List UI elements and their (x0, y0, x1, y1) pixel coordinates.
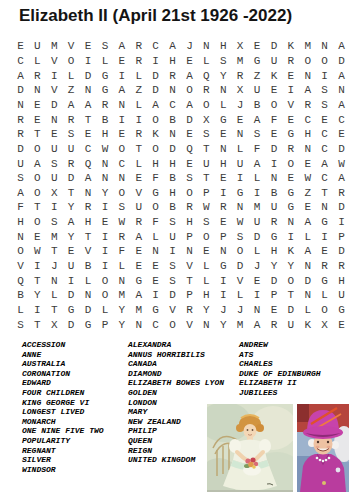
grid-cell-r20c20: E (333, 317, 350, 332)
grid-cell-r5c17: V (282, 98, 299, 113)
grid-cell-r13c18: A (299, 215, 316, 230)
grid-cell-r12c1: F (12, 200, 29, 215)
grid-cell-r18c13: I (215, 288, 232, 303)
grid-cell-r16c8: E (130, 259, 147, 274)
grid-cell-r3c20: A (333, 68, 350, 83)
grid-cell-r14c7: R (113, 229, 130, 244)
grid-cell-r14c5: T (80, 229, 97, 244)
grid-cell-r2c9: I (147, 54, 164, 69)
grid-cell-r19c17: D (282, 303, 299, 318)
grid-cell-r1c8: R (130, 39, 147, 54)
word-list-item: DIAMOND (128, 369, 224, 379)
grid-cell-r11c8: V (130, 185, 147, 200)
grid-cell-r8c16: D (265, 142, 282, 157)
grid-cell-r12c16: U (265, 200, 282, 215)
grid-cell-r13c20: I (333, 215, 350, 230)
grid-cell-r8c19: C (316, 142, 333, 157)
grid-cell-r17c1: Q (12, 273, 29, 288)
grid-cell-r3c14: R (232, 68, 249, 83)
grid-cell-r7c6: H (96, 127, 113, 142)
grid-cell-r1c7: A (113, 39, 130, 54)
grid-cell-r5c9: A (147, 98, 164, 113)
grid-cell-r5c14: J (232, 98, 249, 113)
grid-cell-r11c4: T (63, 185, 80, 200)
grid-cell-r6c12: X (198, 112, 215, 127)
grid-cell-r6c3: N (46, 112, 63, 127)
grid-cell-r8c5: C (80, 142, 97, 157)
grid-cell-r13c14: W (232, 215, 249, 230)
grid-cell-r5c20: A (333, 98, 350, 113)
grid-cell-r20c12: N (198, 317, 215, 332)
grid-cell-r8c13: N (215, 142, 232, 157)
grid-cell-r18c16: P (265, 288, 282, 303)
grid-cell-r1c11: J (181, 39, 198, 54)
grid-cell-r9c20: W (333, 156, 350, 171)
grid-cell-r10c12: T (198, 171, 215, 186)
grid-cell-r14c3: M (46, 229, 63, 244)
grid-cell-r19c3: T (46, 303, 63, 318)
grid-cell-r4c13: N (215, 83, 232, 98)
grid-cell-r15c17: K (282, 244, 299, 259)
grid-cell-r14c10: U (164, 229, 181, 244)
grid-cell-r15c19: E (316, 244, 333, 259)
grid-cell-r8c6: W (96, 142, 113, 157)
grid-cell-r15c9: N (147, 244, 164, 259)
grid-cell-r1c10: A (164, 39, 181, 54)
word-list-item: ELIZABETH BOWES LYON (128, 378, 224, 388)
grid-cell-r11c20: R (333, 185, 350, 200)
grid-cell-r10c8: E (130, 171, 147, 186)
grid-cell-r12c5: R (80, 200, 97, 215)
grid-cell-r8c20: D (333, 142, 350, 157)
grid-cell-r20c7: Y (113, 317, 130, 332)
grid-cell-r14c9: L (147, 229, 164, 244)
grid-cell-r15c13: N (215, 244, 232, 259)
grid-cell-r15c7: F (113, 244, 130, 259)
grid-cell-r16c13: G (215, 259, 232, 274)
coat-button (322, 481, 326, 485)
grid-cell-r11c12: P (198, 185, 215, 200)
grid-cell-r15c1: O (12, 244, 29, 259)
grid-cell-r16c20: R (333, 259, 350, 274)
grid-cell-r9c12: U (198, 156, 215, 171)
grid-cell-r11c2: O (29, 185, 46, 200)
grid-cell-r16c9: E (147, 259, 164, 274)
grid-cell-r16c14: D (232, 259, 249, 274)
word-list-item: JUBILEES (239, 388, 321, 398)
grid-cell-r17c2: T (29, 273, 46, 288)
grid-cell-r13c1: H (12, 215, 29, 230)
grid-cell-r18c4: D (63, 288, 80, 303)
grid-cell-r15c2: W (29, 244, 46, 259)
grid-cell-r10c14: I (232, 171, 249, 186)
grid-cell-r20c11: V (181, 317, 198, 332)
grid-cell-r13c12: S (198, 215, 215, 230)
grid-cell-r4c12: R (198, 83, 215, 98)
grid-cell-r7c14: N (232, 127, 249, 142)
grid-cell-r9c10: H (164, 156, 181, 171)
grid-cell-r17c14: V (232, 273, 249, 288)
grid-cell-r19c20: G (333, 303, 350, 318)
grid-cell-r9c17: O (282, 156, 299, 171)
grid-cell-r2c15: G (249, 54, 266, 69)
grid-cell-r12c19: N (316, 200, 333, 215)
grid-cell-r17c5: L (80, 273, 97, 288)
grid-cell-r11c3: X (46, 185, 63, 200)
grid-cell-r11c17: G (282, 185, 299, 200)
grid-cell-r12c7: S (113, 200, 130, 215)
grid-cell-r3c19: I (316, 68, 333, 83)
grid-cell-r13c2: O (29, 215, 46, 230)
word-list-item: ALEXANDRA (128, 340, 224, 350)
grid-cell-r8c1: D (12, 142, 29, 157)
grid-cell-r6c4: R (63, 112, 80, 127)
grid-cell-r14c12: O (198, 229, 215, 244)
grid-cell-r11c5: N (80, 185, 97, 200)
grid-cell-r17c3: N (46, 273, 63, 288)
grid-cell-r1c13: H (215, 39, 232, 54)
grid-cell-r13c19: G (316, 215, 333, 230)
grid-cell-r14c20: P (333, 229, 350, 244)
grid-cell-r6c15: A (249, 112, 266, 127)
grid-cell-r6c10: B (164, 112, 181, 127)
grid-cell-r11c10: H (164, 185, 181, 200)
grid-cell-r19c4: G (63, 303, 80, 318)
grid-cell-r18c11: P (181, 288, 198, 303)
grid-cell-r15c20: D (333, 244, 350, 259)
grid-cell-r14c4: Y (63, 229, 80, 244)
grid-cell-r12c14: N (232, 200, 249, 215)
grid-cell-r13c11: H (181, 215, 198, 230)
grid-cell-r2c12: L (198, 54, 215, 69)
grid-cell-r7c11: E (181, 127, 198, 142)
grid-cell-r3c4: L (63, 68, 80, 83)
grid-cell-r4c1: D (12, 83, 29, 98)
grid-cell-r11c9: G (147, 185, 164, 200)
grid-cell-r9c1: U (12, 156, 29, 171)
grid-cell-r16c18: N (299, 259, 316, 274)
grid-cell-r14c11: P (181, 229, 198, 244)
grid-cell-r7c16: E (265, 127, 282, 142)
grid-cell-r4c9: D (147, 83, 164, 98)
word-list-item: KING GEORGE VI (22, 398, 104, 408)
grid-cell-r20c6: P (96, 317, 113, 332)
grid-cell-r9c14: U (232, 156, 249, 171)
grid-cell-r19c18: L (299, 303, 316, 318)
grid-cell-r10c19: C (316, 171, 333, 186)
grid-cell-r5c2: E (29, 98, 46, 113)
grid-cell-r12c2: T (29, 200, 46, 215)
grid-cell-r17c8: G (130, 273, 147, 288)
grid-cell-r9c8: L (130, 156, 147, 171)
grid-cell-r11c16: B (265, 185, 282, 200)
word-list-item: DUKE OF EDINBURGH (239, 369, 321, 379)
word-list-column-1: ACCESSIONANNEAUSTRALIACORONATIONEDWARDFO… (22, 340, 104, 474)
grid-cell-r6c11: D (181, 112, 198, 127)
grid-cell-r16c3: J (46, 259, 63, 274)
grid-cell-r6c2: E (29, 112, 46, 127)
grid-cell-r13c6: E (96, 215, 113, 230)
grid-cell-r12c8: U (130, 200, 147, 215)
grid-cell-r6c16: F (265, 112, 282, 127)
grid-cell-r11c1: A (12, 185, 29, 200)
grid-cell-r15c16: H (265, 244, 282, 259)
grid-cell-r1c4: V (63, 39, 80, 54)
word-list-item: LONGEST LIVED (22, 407, 104, 417)
grid-cell-r5c12: O (198, 98, 215, 113)
word-list-item: FOUR CHILDREN (22, 388, 104, 398)
grid-cell-r15c18: A (299, 244, 316, 259)
grid-cell-r12c3: I (46, 200, 63, 215)
grid-cell-r16c15: J (249, 259, 266, 274)
grid-cell-r15c15: L (249, 244, 266, 259)
grid-cell-r10c6: N (96, 171, 113, 186)
grid-cell-r8c14: L (232, 142, 249, 157)
grid-cell-r5c18: R (299, 98, 316, 113)
grid-cell-r6c18: C (299, 112, 316, 127)
grid-cell-r12c18: E (299, 200, 316, 215)
grid-cell-r20c5: G (80, 317, 97, 332)
grid-cell-r19c12: Y (198, 303, 215, 318)
grid-cell-r19c15: N (249, 303, 266, 318)
word-list-item: GOLDEN (128, 388, 224, 398)
grid-cell-r10c5: A (80, 171, 97, 186)
grid-cell-r3c3: I (46, 68, 63, 83)
grid-cell-r14c13: P (215, 229, 232, 244)
word-list-item: ATS (239, 350, 321, 360)
grid-cell-r20c3: X (46, 317, 63, 332)
word-list-item: POPULARITY (22, 436, 104, 446)
word-list-item: ANNUS HORRIBILIS (128, 350, 224, 360)
grid-cell-r18c20: U (333, 288, 350, 303)
grid-cell-r2c18: O (299, 54, 316, 69)
grid-cell-r16c17: Y (282, 259, 299, 274)
grid-cell-r4c7: A (113, 83, 130, 98)
grid-cell-r8c9: O (147, 142, 164, 157)
grid-cell-r8c17: R (282, 142, 299, 157)
grid-cell-r8c8: T (130, 142, 147, 157)
grid-cell-r2c4: O (63, 54, 80, 69)
grid-cell-r12c11: R (181, 200, 198, 215)
grid-cell-r4c19: S (316, 83, 333, 98)
grid-cell-r19c14: J (232, 303, 249, 318)
grid-cell-r20c19: X (316, 317, 333, 332)
grid-cell-r2c17: R (282, 54, 299, 69)
grid-cell-r3c18: N (299, 68, 316, 83)
grid-cell-r6c14: E (232, 112, 249, 127)
grid-cell-r8c10: D (164, 142, 181, 157)
grid-cell-r17c15: E (249, 273, 266, 288)
grid-cell-r19c6: L (96, 303, 113, 318)
grid-cell-r18c14: L (232, 288, 249, 303)
grid-cell-r18c7: M (113, 288, 130, 303)
grid-cell-r2c3: V (46, 54, 63, 69)
grid-cell-r14c17: I (282, 229, 299, 244)
grid-cell-r16c7: L (113, 259, 130, 274)
grid-cell-r18c10: D (164, 288, 181, 303)
grid-cell-r9c2: A (29, 156, 46, 171)
grid-cell-r12c9: O (147, 200, 164, 215)
grid-cell-r4c16: E (265, 83, 282, 98)
grid-cell-r2c1: C (12, 54, 29, 69)
grid-cell-r6c19: E (316, 112, 333, 127)
grid-cell-r2c2: L (29, 54, 46, 69)
grid-cell-r20c10: O (164, 317, 181, 332)
grid-cell-r5c10: C (164, 98, 181, 113)
grid-cell-r13c4: A (63, 215, 80, 230)
grid-cell-r8c7: O (113, 142, 130, 157)
grid-cell-r5c1: N (12, 98, 29, 113)
grid-cell-r19c19: O (316, 303, 333, 318)
grid-cell-r4c3: V (46, 83, 63, 98)
grid-cell-r4c17: I (282, 83, 299, 98)
word-list-item: AUSTRALIA (22, 359, 104, 369)
grid-cell-r16c6: I (96, 259, 113, 274)
grid-cell-r2c5: I (80, 54, 97, 69)
grid-cell-r17c4: I (63, 273, 80, 288)
grid-cell-r4c20: N (333, 83, 350, 98)
grid-cell-r7c15: S (249, 127, 266, 142)
grid-cell-r4c2: N (29, 83, 46, 98)
grid-cell-r13c10: S (164, 215, 181, 230)
grid-cell-r16c11: V (181, 259, 198, 274)
grid-cell-r8c15: F (249, 142, 266, 157)
word-list-item: SILVER (22, 455, 104, 465)
grid-cell-r12c10: B (164, 200, 181, 215)
grid-cell-r5c13: L (215, 98, 232, 113)
grid-cell-r2c13: S (215, 54, 232, 69)
grid-cell-r7c17: G (282, 127, 299, 142)
grid-cell-r9c15: A (249, 156, 266, 171)
grid-cell-r13c9: F (147, 215, 164, 230)
grid-cell-r3c2: R (29, 68, 46, 83)
grid-cell-r2c20: D (333, 54, 350, 69)
grid-cell-r8c3: U (46, 142, 63, 157)
grid-cell-r15c4: E (63, 244, 80, 259)
grid-cell-r16c10: S (164, 259, 181, 274)
grid-cell-r11c18: Z (299, 185, 316, 200)
grid-cell-r15c10: I (164, 244, 181, 259)
grid-cell-r16c5: B (80, 259, 97, 274)
grid-cell-r9c7: C (113, 156, 130, 171)
grid-cell-r20c15: A (249, 317, 266, 332)
grid-cell-r19c9: G (147, 303, 164, 318)
grid-cell-r12c4: Y (63, 200, 80, 215)
grid-cell-r2c14: M (232, 54, 249, 69)
grid-cell-r8c2: O (29, 142, 46, 157)
grid-cell-r13c16: R (265, 215, 282, 230)
grid-cell-r11c6: Y (96, 185, 113, 200)
grid-cell-r15c6: I (96, 244, 113, 259)
grid-cell-r20c1: S (12, 317, 29, 332)
grid-cell-r1c5: E (80, 39, 97, 54)
grid-cell-r2c16: U (265, 54, 282, 69)
grid-cell-r17c10: S (164, 273, 181, 288)
grid-cell-r3c7: I (113, 68, 130, 83)
grid-cell-r17c13: I (215, 273, 232, 288)
grid-cell-r14c6: I (96, 229, 113, 244)
grid-cell-r15c14: O (232, 244, 249, 259)
grid-cell-r11c15: I (249, 185, 266, 200)
grid-cell-r3c11: A (181, 68, 198, 83)
grid-cell-r14c18: L (299, 229, 316, 244)
grid-cell-r17c16: D (265, 273, 282, 288)
word-list-item: ELIZABETH II (239, 378, 321, 388)
word-list-item: ACCESSION (22, 340, 104, 350)
word-list-item: WINDSOR (22, 465, 104, 475)
grid-cell-r14c19: I (316, 229, 333, 244)
word-list-item: ANNE (22, 350, 104, 360)
grid-cell-r3c16: K (265, 68, 282, 83)
grid-cell-r2c10: H (164, 54, 181, 69)
grid-cell-r6c6: B (96, 112, 113, 127)
grid-cell-r16c19: R (316, 259, 333, 274)
grid-cell-r15c5: V (80, 244, 97, 259)
grid-cell-r13c15: U (249, 215, 266, 230)
grid-cell-r1c9: C (147, 39, 164, 54)
grid-cell-r5c8: L (130, 98, 147, 113)
grid-cell-r9c3: S (46, 156, 63, 171)
grid-cell-r9c4: R (63, 156, 80, 171)
grid-cell-r9c18: E (299, 156, 316, 171)
grid-cell-r10c11: S (181, 171, 198, 186)
grid-cell-r9c19: A (316, 156, 333, 171)
grid-cell-r10c20: A (333, 171, 350, 186)
grid-cell-r18c15: I (249, 288, 266, 303)
grid-cell-r1c12: N (198, 39, 215, 54)
grid-cell-r6c5: T (80, 112, 97, 127)
page-title: Elizabeth II (April 21st 1926 -2022) (19, 6, 292, 26)
grid-cell-r7c10: N (164, 127, 181, 142)
grid-cell-r11c13: I (215, 185, 232, 200)
grid-cell-r8c12: T (198, 142, 215, 157)
word-search-worksheet: Elizabeth II (April 21st 1926 -2022) EUM… (0, 0, 353, 500)
grid-cell-r14c8: A (130, 229, 147, 244)
word-list-column-3: ANDREWATSCHARLESDUKE OF EDINBURGHELIZABE… (239, 340, 321, 398)
grid-cell-r18c19: L (316, 288, 333, 303)
grid-cell-r19c8: M (130, 303, 147, 318)
grid-cell-r14c14: S (232, 229, 249, 244)
grid-cell-r1c6: S (96, 39, 113, 54)
grid-cell-r20c16: R (265, 317, 282, 332)
grid-cell-r12c15: M (249, 200, 266, 215)
grid-cell-r11c7: O (113, 185, 130, 200)
grid-cell-r13c7: W (113, 215, 130, 230)
grid-cell-r18c18: N (299, 288, 316, 303)
grid-cell-r3c17: E (282, 68, 299, 83)
grid-cell-r10c4: D (63, 171, 80, 186)
grid-cell-r6c1: R (12, 112, 29, 127)
grid-cell-r15c12: E (198, 244, 215, 259)
grid-cell-r9c5: Q (80, 156, 97, 171)
grid-cell-r2c6: L (96, 54, 113, 69)
grid-cell-r3c1: A (12, 68, 29, 83)
grid-cell-r4c11: O (181, 83, 198, 98)
word-search-grid: EUMVESARCAJNHXEDKMNACLVOILERIHELSMGUROOD… (12, 39, 350, 332)
grid-cell-r11c19: T (316, 185, 333, 200)
grid-cell-r16c4: U (63, 259, 80, 274)
grid-cell-r19c7: Y (113, 303, 130, 318)
word-list-item: CANADA (128, 359, 224, 369)
grid-cell-r3c5: D (80, 68, 97, 83)
grid-cell-r13c3: S (46, 215, 63, 230)
grid-cell-r18c12: H (198, 288, 215, 303)
grid-cell-r1c16: D (265, 39, 282, 54)
grid-cell-r16c2: I (29, 259, 46, 274)
grid-cell-r20c8: N (130, 317, 147, 332)
grid-cell-r1c20: A (333, 39, 350, 54)
grid-cell-r18c3: L (46, 288, 63, 303)
